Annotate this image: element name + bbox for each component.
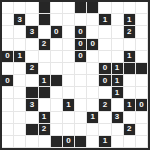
cell-empty-r10c0[interactable]: [2, 124, 14, 136]
cell-black-r11c6: [75, 136, 87, 148]
cell-empty-r10c4[interactable]: [51, 124, 63, 136]
cell-empty-r8c3[interactable]: [39, 99, 51, 111]
cell-clue-1-r11c8: 1: [99, 136, 111, 148]
cell-empty-r8c1[interactable]: [14, 99, 26, 111]
cell-empty-r11c3[interactable]: [39, 136, 51, 148]
cell-empty-r1c9[interactable]: [112, 14, 124, 26]
cell-clue-3-r9c9: 3: [112, 112, 124, 124]
cell-empty-r2c8[interactable]: [99, 26, 111, 38]
cell-empty-r5c5[interactable]: [63, 63, 75, 75]
cell-empty-r7c0[interactable]: [2, 87, 14, 99]
cell-empty-r4c11[interactable]: [136, 51, 148, 63]
cell-empty-r8c7[interactable]: [87, 99, 99, 111]
cell-black-r10c2: [26, 124, 38, 136]
cell-empty-r10c9[interactable]: [112, 124, 124, 136]
cell-empty-r0c10[interactable]: [124, 2, 136, 14]
cell-clue-0-r11c5: 0: [63, 136, 75, 148]
cell-black-r7c3: [39, 87, 51, 99]
cell-clue-2-r5c2: 2: [26, 63, 38, 75]
cell-empty-r11c1[interactable]: [14, 136, 26, 148]
cell-empty-r6c5[interactable]: [63, 75, 75, 87]
cell-empty-r1c7[interactable]: [87, 14, 99, 26]
cell-empty-r3c2[interactable]: [26, 39, 38, 51]
cell-empty-r1c5[interactable]: [63, 14, 75, 26]
cell-empty-r5c1[interactable]: [14, 63, 26, 75]
cell-empty-r9c1[interactable]: [14, 112, 26, 124]
cell-empty-r11c7[interactable]: [87, 136, 99, 148]
cell-clue-1-r9c7: 1: [87, 112, 99, 124]
cell-black-r5c10: [124, 63, 136, 75]
cell-empty-r9c8[interactable]: [99, 112, 111, 124]
cell-empty-r10c11[interactable]: [136, 124, 148, 136]
cell-empty-r0c11[interactable]: [136, 2, 148, 14]
cell-empty-r5c7[interactable]: [87, 63, 99, 75]
cell-empty-r7c6[interactable]: [75, 87, 87, 99]
cell-empty-r2c9[interactable]: [112, 26, 124, 38]
cell-empty-r4c8[interactable]: [99, 51, 111, 63]
cell-clue-3-r2c2: 3: [26, 26, 38, 38]
cell-empty-r9c5[interactable]: [63, 112, 75, 124]
cell-empty-r8c9[interactable]: [112, 99, 124, 111]
cell-empty-r6c2[interactable]: [26, 75, 38, 87]
cell-empty-r4c2[interactable]: [26, 51, 38, 63]
cell-clue-0-r2c4: 0: [51, 26, 63, 38]
cell-clue-1-r1c10: 1: [124, 14, 136, 26]
cell-empty-r1c6[interactable]: [75, 14, 87, 26]
cell-clue-0-r6c0: 0: [2, 75, 14, 87]
cell-empty-r2c11[interactable]: [136, 26, 148, 38]
cell-empty-r8c6[interactable]: [75, 99, 87, 111]
cell-empty-r0c2[interactable]: [26, 2, 38, 14]
cell-clue-2-r8c8: 2: [99, 99, 111, 111]
cell-empty-r9c0[interactable]: [2, 112, 14, 124]
cell-empty-r11c9[interactable]: [112, 136, 124, 148]
cell-empty-r6c10[interactable]: [124, 75, 136, 87]
cell-empty-r7c8[interactable]: [99, 87, 111, 99]
cell-empty-r11c2[interactable]: [26, 136, 38, 148]
cell-empty-r11c10[interactable]: [124, 136, 136, 148]
cell-empty-r2c0[interactable]: [2, 26, 14, 38]
cell-empty-r8c4[interactable]: [51, 99, 63, 111]
cell-clue-1-r4c10: 1: [124, 51, 136, 63]
cell-empty-r2c1[interactable]: [14, 26, 26, 38]
cell-empty-r4c9[interactable]: [112, 51, 124, 63]
cell-clue-3-r8c2: 3: [26, 99, 38, 111]
cell-empty-r9c6[interactable]: [75, 112, 87, 124]
cell-black-r5c11: [136, 63, 148, 75]
cell-empty-r7c7[interactable]: [87, 87, 99, 99]
cell-clue-0-r5c8: 0: [99, 63, 111, 75]
cell-empty-r3c5[interactable]: [63, 39, 75, 51]
cell-empty-r7c10[interactable]: [124, 87, 136, 99]
cell-empty-r1c4[interactable]: [51, 14, 63, 26]
akari-board: 3113002200010120101011312101132201: [0, 0, 150, 150]
cell-empty-r0c1[interactable]: [14, 2, 26, 14]
cell-empty-r4c3[interactable]: [39, 51, 51, 63]
cell-empty-r7c11[interactable]: [136, 87, 148, 99]
cell-empty-r6c6[interactable]: [75, 75, 87, 87]
cell-empty-r1c11[interactable]: [136, 14, 148, 26]
cell-empty-r3c4[interactable]: [51, 39, 63, 51]
cell-empty-r3c0[interactable]: [2, 39, 14, 51]
cell-empty-r0c0[interactable]: [2, 2, 14, 14]
cell-empty-r2c3[interactable]: [39, 26, 51, 38]
cell-empty-r3c1[interactable]: [14, 39, 26, 51]
cell-clue-0-r6c8: 0: [99, 75, 111, 87]
cell-clue-2-r3c3: 2: [39, 39, 51, 51]
cell-empty-r5c6[interactable]: [75, 63, 87, 75]
cell-black-r11c4: [51, 136, 63, 148]
cell-empty-r6c7[interactable]: [87, 75, 99, 87]
cell-empty-r7c4[interactable]: [51, 87, 63, 99]
cell-empty-r0c8[interactable]: [99, 2, 111, 14]
cell-empty-r1c2[interactable]: [26, 14, 38, 26]
cell-clue-1-r7c9: 1: [112, 87, 124, 99]
cell-empty-r5c4[interactable]: [51, 63, 63, 75]
cell-clue-0-r3c7: 0: [87, 39, 99, 51]
cell-empty-r0c4[interactable]: [51, 2, 63, 14]
cell-empty-r0c5[interactable]: [63, 2, 75, 14]
cell-black-r7c2: [26, 87, 38, 99]
cell-empty-r4c5[interactable]: [63, 51, 75, 63]
cell-empty-r10c6[interactable]: [75, 124, 87, 136]
cell-empty-r9c4[interactable]: [51, 112, 63, 124]
cell-empty-r3c11[interactable]: [136, 39, 148, 51]
cell-empty-r11c0[interactable]: [2, 136, 14, 148]
cell-empty-r9c10[interactable]: [124, 112, 136, 124]
cell-clue-0-r4c0: 0: [2, 51, 14, 63]
cell-clue-2-r2c10: 2: [124, 26, 136, 38]
cell-empty-r5c3[interactable]: [39, 63, 51, 75]
cell-empty-r8c0[interactable]: [2, 99, 14, 111]
cell-black-r0c7: [87, 2, 99, 14]
cell-empty-r7c5[interactable]: [63, 87, 75, 99]
cell-clue-2-r10c10: 2: [124, 124, 136, 136]
cell-clue-3-r1c1: 3: [14, 14, 26, 26]
cell-empty-r4c7[interactable]: [87, 51, 99, 63]
cell-empty-r2c7[interactable]: [87, 26, 99, 38]
cell-black-r0c3: [39, 2, 51, 14]
cell-empty-r6c1[interactable]: [14, 75, 26, 87]
cell-empty-r10c5[interactable]: [63, 124, 75, 136]
cell-clue-2-r10c3: 2: [39, 124, 51, 136]
cell-clue-1-r9c3: 1: [39, 112, 51, 124]
cell-clue-1-r4c1: 1: [14, 51, 26, 63]
cell-empty-r3c9[interactable]: [112, 39, 124, 51]
cell-empty-r1c0[interactable]: [2, 14, 14, 26]
cell-empty-r5c0[interactable]: [2, 63, 14, 75]
cell-clue-0-r2c6: 0: [75, 26, 87, 38]
cell-empty-r6c11[interactable]: [136, 75, 148, 87]
cell-empty-r3c8[interactable]: [99, 39, 111, 51]
cell-empty-r7c1[interactable]: [14, 87, 26, 99]
cell-empty-r3c10[interactable]: [124, 39, 136, 51]
cell-empty-r2c5[interactable]: [63, 26, 75, 38]
cell-clue-1-r6c9: 1: [112, 75, 124, 87]
cell-clue-1-r8c5: 1: [63, 99, 75, 111]
cell-empty-r0c9[interactable]: [112, 2, 124, 14]
cell-empty-r10c1[interactable]: [14, 124, 26, 136]
cell-empty-r10c7[interactable]: [87, 124, 99, 136]
cell-empty-r9c11[interactable]: [136, 112, 148, 124]
cell-empty-r4c4[interactable]: [51, 51, 63, 63]
cell-black-r6c4: [51, 75, 63, 87]
cell-clue-1-r1c8: 1: [99, 14, 111, 26]
cell-empty-r10c8[interactable]: [99, 124, 111, 136]
cell-black-r1c3: [39, 14, 51, 26]
cell-clue-1-r5c9: 1: [112, 63, 124, 75]
cell-clue-0-r4c6: 0: [75, 51, 87, 63]
cell-empty-r9c2[interactable]: [26, 112, 38, 124]
cell-black-r0c6: [75, 2, 87, 14]
cell-clue-1-r6c3: 1: [39, 75, 51, 87]
cell-clue-0-r8c11: 0: [136, 99, 148, 111]
cell-clue-0-r3c6: 0: [75, 39, 87, 51]
cell-empty-r11c11[interactable]: [136, 136, 148, 148]
cell-clue-1-r8c10: 1: [124, 99, 136, 111]
